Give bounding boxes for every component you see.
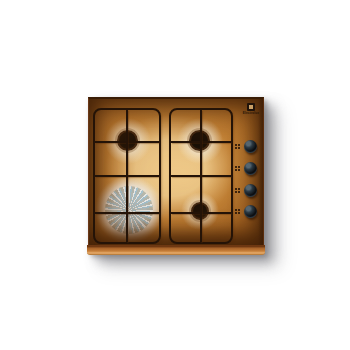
gas-hob: Electrolux <box>88 97 264 254</box>
control-knob-1 <box>244 140 257 153</box>
control-knob-2 <box>244 162 257 175</box>
grid-wire <box>200 110 202 242</box>
burner-indicator-icon <box>235 188 240 193</box>
hob-right-edge <box>258 99 263 245</box>
product-photo: Electrolux <box>0 0 350 350</box>
control-knob-3 <box>244 184 257 197</box>
electrolux-logo: Electrolux <box>235 103 267 115</box>
electrolux-logo-icon <box>247 103 255 111</box>
electrolux-wordmark: Electrolux <box>235 112 267 115</box>
burner-indicator-icon <box>235 209 240 214</box>
control-knob-4 <box>244 205 257 218</box>
pan-support-right <box>169 108 233 244</box>
burner-indicator-icon <box>235 166 240 171</box>
burner-indicator-icon <box>235 144 240 149</box>
hob-surface: Electrolux <box>88 97 264 245</box>
grid-wire <box>126 110 128 242</box>
pan-support-left <box>93 108 161 244</box>
hob-front-edge <box>87 245 265 255</box>
